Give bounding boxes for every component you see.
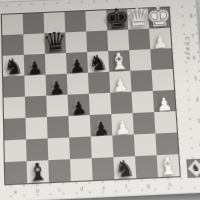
square-e5 bbox=[88, 72, 110, 94]
square-g6 bbox=[129, 49, 151, 71]
square-e7 bbox=[86, 31, 108, 52]
square-b1: ♝ bbox=[27, 160, 49, 183]
square-d7 bbox=[65, 31, 87, 52]
square-f3: ♟ bbox=[111, 113, 134, 135]
square-d3 bbox=[68, 115, 90, 137]
file-label-f: f bbox=[115, 180, 138, 192]
square-c2 bbox=[48, 137, 70, 160]
square-h1: ♝ bbox=[157, 154, 180, 177]
square-f7 bbox=[107, 30, 129, 51]
square-b5 bbox=[24, 75, 46, 97]
corner-emblem: ♞ bbox=[186, 158, 200, 178]
square-b8 bbox=[23, 13, 45, 34]
square-a6: ♞ bbox=[3, 55, 25, 77]
square-g1 bbox=[135, 155, 158, 178]
square-c3 bbox=[47, 116, 69, 138]
square-e3: ♟ bbox=[90, 114, 112, 136]
piece-black-bishop-b1: ♝ bbox=[26, 160, 49, 186]
square-f1: ♞ bbox=[113, 156, 136, 179]
square-c5: ♟ bbox=[46, 74, 68, 96]
rank-label-8: 8 bbox=[186, 5, 196, 26]
piece-white-bishop-h1: ♝ bbox=[156, 154, 180, 180]
square-h5 bbox=[152, 69, 175, 91]
chess-board: ♚♛♚♛♟♞♟♟♞♝♟♟♟♟♟♟♝♞♝ bbox=[1, 6, 181, 185]
square-e1 bbox=[92, 157, 115, 180]
square-c7: ♛ bbox=[44, 32, 66, 53]
square-d2 bbox=[69, 136, 92, 159]
file-label-c: c bbox=[49, 183, 72, 195]
square-g8: ♛ bbox=[127, 8, 149, 29]
square-h4: ♟ bbox=[153, 90, 176, 112]
square-b4 bbox=[25, 96, 47, 118]
square-a2 bbox=[4, 139, 26, 162]
square-b6: ♟ bbox=[24, 54, 46, 76]
square-e6: ♞ bbox=[87, 51, 109, 73]
square-h8: ♚ bbox=[148, 7, 170, 28]
file-label-g: g bbox=[137, 179, 160, 191]
square-e2 bbox=[91, 135, 114, 158]
square-d8 bbox=[64, 11, 86, 32]
square-g3 bbox=[133, 112, 156, 134]
square-a5 bbox=[3, 76, 25, 98]
rank-label-4: 4 bbox=[192, 89, 200, 111]
square-g2 bbox=[134, 134, 157, 157]
square-f8: ♚ bbox=[106, 9, 128, 30]
square-b7 bbox=[23, 33, 45, 54]
square-a7 bbox=[2, 34, 24, 56]
square-a8 bbox=[2, 14, 23, 35]
rank-label-3: 3 bbox=[194, 110, 200, 132]
file-label-d: d bbox=[71, 182, 94, 194]
square-a3 bbox=[4, 118, 26, 140]
square-f6: ♝ bbox=[108, 50, 130, 72]
square-d1 bbox=[70, 158, 93, 181]
square-a1 bbox=[5, 161, 27, 184]
square-h6 bbox=[150, 48, 172, 70]
square-d5 bbox=[67, 73, 89, 95]
chess-mat: ♚♛♚♛♟♞♟♟♞♝♟♟♟♟♟♟♝♞♝ abcdefgh 87654321 Ch… bbox=[0, 0, 200, 200]
file-label-e: e bbox=[93, 181, 116, 193]
square-b3 bbox=[25, 117, 47, 139]
square-c6 bbox=[45, 53, 67, 75]
square-g4 bbox=[132, 91, 155, 113]
square-d6: ♟ bbox=[66, 52, 88, 74]
square-f4 bbox=[110, 92, 132, 114]
square-b2 bbox=[26, 138, 48, 161]
square-c4 bbox=[46, 95, 68, 117]
square-h2 bbox=[155, 133, 178, 156]
square-h7: ♟ bbox=[149, 28, 171, 49]
file-label-b: b bbox=[26, 184, 48, 196]
photo-scene: ♚♛♚♛♟♞♟♟♞♝♟♟♟♟♟♟♝♞♝ abcdefgh 87654321 Ch… bbox=[0, 0, 200, 200]
square-d4: ♟ bbox=[68, 94, 90, 116]
square-e8 bbox=[85, 10, 107, 31]
piece-black-knight-f1: ♞ bbox=[114, 157, 137, 182]
square-c8 bbox=[44, 12, 66, 33]
square-g5 bbox=[130, 70, 152, 92]
rank-label-2: 2 bbox=[195, 132, 200, 154]
square-g7 bbox=[128, 29, 150, 50]
file-label-a: a bbox=[4, 185, 26, 197]
square-a4 bbox=[4, 97, 26, 119]
square-f5: ♟ bbox=[109, 71, 131, 93]
square-e4 bbox=[89, 93, 111, 115]
knight-emblem-icon: ♞ bbox=[191, 163, 200, 173]
square-c1 bbox=[48, 159, 71, 182]
rank-label-5: 5 bbox=[191, 68, 200, 90]
rank-labels: 87654321 bbox=[186, 5, 200, 176]
file-label-h: h bbox=[159, 178, 182, 190]
emblem-diamond: ♞ bbox=[188, 160, 200, 177]
square-f2 bbox=[112, 135, 135, 158]
square-h3 bbox=[154, 111, 177, 133]
